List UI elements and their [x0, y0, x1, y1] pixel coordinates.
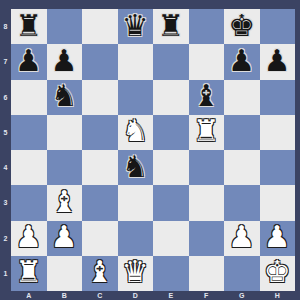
square-f2[interactable]	[189, 221, 225, 256]
square-a6[interactable]	[11, 80, 47, 115]
square-f5[interactable]: ♜	[189, 115, 225, 150]
file-label-f: F	[189, 291, 225, 300]
chess-board-frame: ♜♛♜♚♟♟♟♟♞♝♞♜♞♝♟♟♟♟♜♝♛♚ 87654321 ABCDEFGH	[0, 0, 300, 300]
rank-labels: 87654321	[0, 9, 11, 291]
square-h5[interactable]	[260, 115, 296, 150]
piece-black-knight[interactable]: ♞	[51, 81, 78, 111]
piece-white-pawn[interactable]: ♟	[51, 222, 78, 252]
file-label-h: H	[260, 291, 296, 300]
piece-black-pawn[interactable]: ♟	[264, 46, 291, 76]
square-c4[interactable]	[82, 150, 118, 185]
square-h7[interactable]: ♟	[260, 44, 296, 79]
square-g4[interactable]	[224, 150, 260, 185]
square-f7[interactable]	[189, 44, 225, 79]
rank-label-3: 3	[0, 185, 11, 220]
square-g8[interactable]: ♚	[224, 9, 260, 44]
piece-black-queen[interactable]: ♛	[122, 11, 149, 41]
square-f8[interactable]	[189, 9, 225, 44]
square-c8[interactable]	[82, 9, 118, 44]
square-e3[interactable]	[153, 185, 189, 220]
square-a2[interactable]: ♟	[11, 221, 47, 256]
square-d4[interactable]: ♞	[118, 150, 154, 185]
rank-label-7: 7	[0, 44, 11, 79]
square-d7[interactable]	[118, 44, 154, 79]
square-d8[interactable]: ♛	[118, 9, 154, 44]
square-a4[interactable]	[11, 150, 47, 185]
piece-black-pawn[interactable]: ♟	[51, 46, 78, 76]
piece-white-knight[interactable]: ♞	[122, 116, 149, 146]
rank-label-1: 1	[0, 256, 11, 291]
square-c5[interactable]	[82, 115, 118, 150]
piece-black-king[interactable]: ♚	[228, 11, 255, 41]
file-label-g: G	[224, 291, 260, 300]
square-c6[interactable]	[82, 80, 118, 115]
square-g2[interactable]: ♟	[224, 221, 260, 256]
square-g3[interactable]	[224, 185, 260, 220]
square-h1[interactable]: ♚	[260, 256, 296, 291]
piece-white-rook[interactable]: ♜	[193, 116, 220, 146]
rank-label-2: 2	[0, 221, 11, 256]
square-b3[interactable]: ♝	[47, 185, 83, 220]
piece-white-rook[interactable]: ♜	[15, 257, 42, 287]
square-b1[interactable]	[47, 256, 83, 291]
piece-black-bishop[interactable]: ♝	[193, 81, 220, 111]
square-c7[interactable]	[82, 44, 118, 79]
square-g5[interactable]	[224, 115, 260, 150]
file-label-d: D	[118, 291, 154, 300]
rank-label-5: 5	[0, 115, 11, 150]
square-h2[interactable]: ♟	[260, 221, 296, 256]
square-a1[interactable]: ♜	[11, 256, 47, 291]
square-b7[interactable]: ♟	[47, 44, 83, 79]
piece-black-pawn[interactable]: ♟	[228, 46, 255, 76]
file-label-e: E	[153, 291, 189, 300]
square-d6[interactable]	[118, 80, 154, 115]
square-h3[interactable]	[260, 185, 296, 220]
piece-white-pawn[interactable]: ♟	[264, 222, 291, 252]
chess-board: ♜♛♜♚♟♟♟♟♞♝♞♜♞♝♟♟♟♟♜♝♛♚	[11, 9, 295, 291]
square-a7[interactable]: ♟	[11, 44, 47, 79]
square-g7[interactable]: ♟	[224, 44, 260, 79]
square-e7[interactable]	[153, 44, 189, 79]
piece-white-pawn[interactable]: ♟	[228, 222, 255, 252]
square-b4[interactable]	[47, 150, 83, 185]
square-f3[interactable]	[189, 185, 225, 220]
file-label-a: A	[11, 291, 47, 300]
piece-white-bishop[interactable]: ♝	[51, 187, 78, 217]
square-h4[interactable]	[260, 150, 296, 185]
square-e2[interactable]	[153, 221, 189, 256]
square-c3[interactable]	[82, 185, 118, 220]
square-g6[interactable]	[224, 80, 260, 115]
square-h6[interactable]	[260, 80, 296, 115]
square-a5[interactable]	[11, 115, 47, 150]
square-f4[interactable]	[189, 150, 225, 185]
piece-white-pawn[interactable]: ♟	[15, 222, 42, 252]
square-d2[interactable]	[118, 221, 154, 256]
piece-white-bishop[interactable]: ♝	[86, 257, 113, 287]
square-d3[interactable]	[118, 185, 154, 220]
piece-white-queen[interactable]: ♛	[122, 257, 149, 287]
square-d5[interactable]: ♞	[118, 115, 154, 150]
square-g1[interactable]	[224, 256, 260, 291]
square-b2[interactable]: ♟	[47, 221, 83, 256]
piece-black-rook[interactable]: ♜	[157, 11, 184, 41]
square-e4[interactable]	[153, 150, 189, 185]
square-d1[interactable]: ♛	[118, 256, 154, 291]
square-e8[interactable]: ♜	[153, 9, 189, 44]
square-e6[interactable]	[153, 80, 189, 115]
square-c1[interactable]: ♝	[82, 256, 118, 291]
square-h8[interactable]	[260, 9, 296, 44]
piece-black-knight[interactable]: ♞	[122, 152, 149, 182]
square-f6[interactable]: ♝	[189, 80, 225, 115]
square-b5[interactable]	[47, 115, 83, 150]
square-a3[interactable]	[11, 185, 47, 220]
file-label-c: C	[82, 291, 118, 300]
piece-black-pawn[interactable]: ♟	[15, 46, 42, 76]
rank-label-8: 8	[0, 9, 11, 44]
file-labels: ABCDEFGH	[11, 291, 295, 300]
piece-white-king[interactable]: ♚	[264, 257, 291, 287]
square-f1[interactable]	[189, 256, 225, 291]
rank-label-4: 4	[0, 150, 11, 185]
square-b6[interactable]: ♞	[47, 80, 83, 115]
file-label-b: B	[47, 291, 83, 300]
square-e5[interactable]	[153, 115, 189, 150]
square-e1[interactable]	[153, 256, 189, 291]
square-a8[interactable]: ♜	[11, 9, 47, 44]
square-c2[interactable]	[82, 221, 118, 256]
piece-black-rook[interactable]: ♜	[15, 11, 42, 41]
square-b8[interactable]	[47, 9, 83, 44]
rank-label-6: 6	[0, 80, 11, 115]
